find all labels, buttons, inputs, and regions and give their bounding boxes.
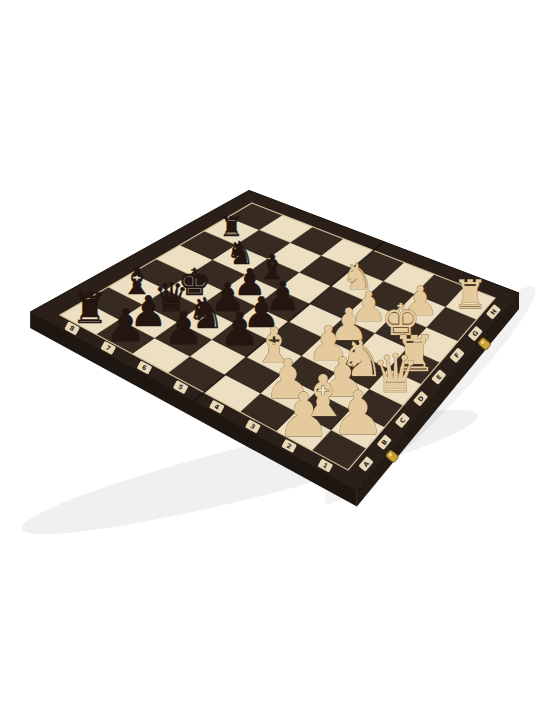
chess-piece-black-pawn-b6: ♟ bbox=[163, 302, 203, 355]
chess-piece-white-pawn-a2: ♟ bbox=[276, 380, 330, 450]
product-photo-canvas: ABCDEFGH12345678♜♞♝♞♝♟♚♜♟♛♟♟♟♜♟♟♞♚♟♟♟♟♟♝… bbox=[0, 0, 540, 720]
chess-piece-white-rook-h1: ♜ bbox=[453, 272, 488, 317]
chess-piece-black-rook-a8: ♜ bbox=[71, 284, 108, 333]
chess-piece-white-pawn-b1: ♟ bbox=[331, 378, 385, 448]
chess-board-photo: ABCDEFGH12345678♜♞♝♞♝♟♚♜♟♛♟♟♟♜♟♟♞♚♟♟♟♟♟♝… bbox=[0, 0, 540, 720]
chess-piece-black-pawn-a7: ♟ bbox=[105, 300, 145, 352]
